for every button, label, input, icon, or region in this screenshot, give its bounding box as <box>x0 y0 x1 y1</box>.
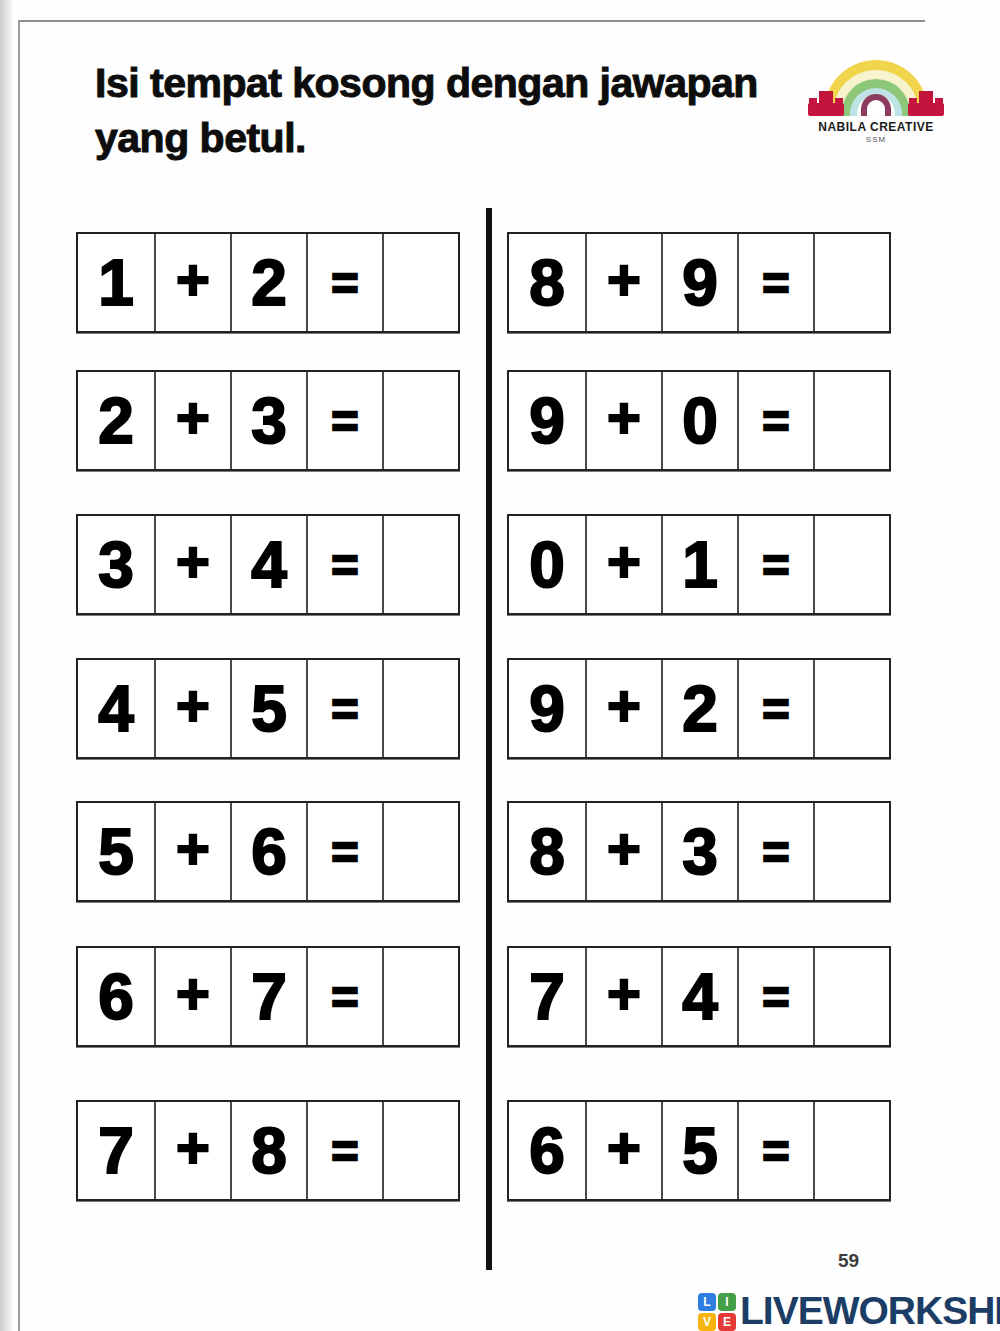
publisher-subtext: SSM <box>808 135 944 144</box>
problem-strip-left-2: 2+3= <box>76 370 460 471</box>
problem-strip-right-2: 9+0= <box>507 370 891 471</box>
worksheet-page: Isi tempat kosong dengan jawapan yang be… <box>0 0 1000 1331</box>
addend-a: 3 <box>78 516 154 613</box>
castle-icon-left <box>808 86 844 116</box>
problems-column-left: 1+2=2+3=3+4=4+5=5+6=6+7=7+8= <box>76 232 460 1207</box>
addend-b: 3 <box>661 803 737 900</box>
equals-sign: = <box>306 803 382 900</box>
answer-box[interactable] <box>813 1102 889 1199</box>
addend-a: 2 <box>78 372 154 469</box>
addend-b: 6 <box>230 803 306 900</box>
addend-b: 0 <box>661 372 737 469</box>
problems-column-right: 8+9=9+0=0+1=9+2=8+3=7+4=6+5= <box>507 232 891 1207</box>
plus-sign: + <box>585 660 661 757</box>
addend-a: 9 <box>509 660 585 757</box>
plus-sign: + <box>154 1102 230 1199</box>
addend-b: 1 <box>661 516 737 613</box>
equals-sign: = <box>306 234 382 331</box>
addend-a: 4 <box>78 660 154 757</box>
addend-a: 6 <box>78 948 154 1045</box>
lw-icon-square-e: E <box>718 1313 736 1331</box>
addend-b: 2 <box>661 660 737 757</box>
page-border-left <box>18 20 20 1331</box>
answer-box[interactable] <box>382 948 458 1045</box>
column-divider-line <box>486 208 492 1270</box>
answer-box[interactable] <box>382 234 458 331</box>
problem-strip-right-1: 8+9= <box>507 232 891 333</box>
problem-strip-right-3: 0+1= <box>507 514 891 615</box>
lw-icon-square-v: V <box>698 1313 716 1331</box>
castle-icon-right <box>908 86 944 116</box>
page-title: Isi tempat kosong dengan jawapan yang be… <box>95 56 795 167</box>
problem-strip-right-4: 9+2= <box>507 658 891 759</box>
plus-sign: + <box>585 803 661 900</box>
addend-a: 1 <box>78 234 154 331</box>
equals-sign: = <box>737 234 813 331</box>
addend-b: 9 <box>661 234 737 331</box>
addend-b: 4 <box>661 948 737 1045</box>
plus-sign: + <box>585 1102 661 1199</box>
answer-box[interactable] <box>382 372 458 469</box>
publisher-name: NABILA CREATIVE <box>808 120 944 134</box>
plus-sign: + <box>154 948 230 1045</box>
lw-icon-square-l: L <box>698 1293 716 1311</box>
plus-sign: + <box>154 803 230 900</box>
plus-sign: + <box>585 516 661 613</box>
problem-strip-right-6: 7+4= <box>507 946 891 1047</box>
plus-sign: + <box>154 516 230 613</box>
answer-box[interactable] <box>382 1102 458 1199</box>
equals-sign: = <box>737 660 813 757</box>
answer-box[interactable] <box>382 660 458 757</box>
problem-strip-right-7: 6+5= <box>507 1100 891 1201</box>
title-line-1: Isi tempat kosong dengan jawapan <box>95 56 795 111</box>
plus-sign: + <box>585 372 661 469</box>
problem-strip-left-1: 1+2= <box>76 232 460 333</box>
addend-a: 7 <box>78 1102 154 1199</box>
addend-b: 5 <box>661 1102 737 1199</box>
equals-sign: = <box>737 516 813 613</box>
plus-sign: + <box>154 660 230 757</box>
equals-sign: = <box>737 948 813 1045</box>
title-line-2: yang betul. <box>95 111 795 166</box>
answer-box[interactable] <box>813 803 889 900</box>
page-border-top <box>18 20 925 22</box>
addend-a: 5 <box>78 803 154 900</box>
addend-b: 7 <box>230 948 306 1045</box>
addend-a: 9 <box>509 372 585 469</box>
liveworksheets-logo[interactable]: LIVE LIVEWORKSHEETS <box>698 1288 1000 1331</box>
problem-strip-left-3: 3+4= <box>76 514 460 615</box>
equals-sign: = <box>306 516 382 613</box>
plus-sign: + <box>585 234 661 331</box>
answer-box[interactable] <box>813 948 889 1045</box>
liveworksheets-grid-icon: LIVE <box>698 1293 736 1331</box>
problem-strip-left-5: 5+6= <box>76 801 460 902</box>
answer-box[interactable] <box>813 372 889 469</box>
equals-sign: = <box>306 372 382 469</box>
answer-box[interactable] <box>813 234 889 331</box>
plus-sign: + <box>585 948 661 1045</box>
problem-strip-left-7: 7+8= <box>76 1100 460 1201</box>
equals-sign: = <box>306 660 382 757</box>
answer-box[interactable] <box>813 660 889 757</box>
answer-box[interactable] <box>382 516 458 613</box>
equals-sign: = <box>737 1102 813 1199</box>
equals-sign: = <box>737 803 813 900</box>
problem-strip-left-4: 4+5= <box>76 658 460 759</box>
addend-a: 7 <box>509 948 585 1045</box>
equals-sign: = <box>737 372 813 469</box>
plus-sign: + <box>154 234 230 331</box>
addend-a: 8 <box>509 803 585 900</box>
addend-b: 3 <box>230 372 306 469</box>
problem-strip-left-6: 6+7= <box>76 946 460 1047</box>
addend-b: 4 <box>230 516 306 613</box>
answer-box[interactable] <box>382 803 458 900</box>
liveworksheets-brand-text: LIVEWORKSHEETS <box>740 1289 1000 1331</box>
publisher-logo: NABILA CREATIVE SSM <box>808 54 944 149</box>
addend-a: 8 <box>509 234 585 331</box>
equals-sign: = <box>306 948 382 1045</box>
addend-b: 5 <box>230 660 306 757</box>
addend-a: 6 <box>509 1102 585 1199</box>
problem-strip-right-5: 8+3= <box>507 801 891 902</box>
addend-a: 0 <box>509 516 585 613</box>
addend-b: 8 <box>230 1102 306 1199</box>
lw-icon-square-i: I <box>718 1293 736 1311</box>
plus-sign: + <box>154 372 230 469</box>
scan-edge <box>0 0 12 1331</box>
equals-sign: = <box>306 1102 382 1199</box>
page-number: 59 <box>838 1250 859 1272</box>
addend-b: 2 <box>230 234 306 331</box>
answer-box[interactable] <box>813 516 889 613</box>
